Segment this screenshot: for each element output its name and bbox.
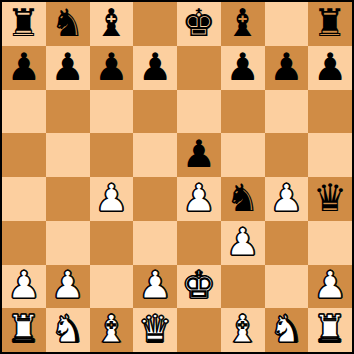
white-king-icon: ♚ <box>182 266 216 304</box>
square-a3[interactable] <box>2 221 46 265</box>
white-rook-icon: ♜ <box>7 310 41 348</box>
square-c4[interactable]: ♟ <box>90 177 134 221</box>
square-c8[interactable]: ♝ <box>90 2 134 46</box>
square-h1[interactable]: ♜ <box>308 308 352 352</box>
black-rook-icon: ♜ <box>7 4 41 42</box>
square-d8[interactable] <box>133 2 177 46</box>
chess-diagram: ♜♞♝♚♝♜♟♟♟♟♟♟♟♟♟♟♞♟♛♟♟♟♟♚♟♜♞♝♛♝♞♜ <box>0 0 354 354</box>
square-h3[interactable] <box>308 221 352 265</box>
square-c3[interactable] <box>90 221 134 265</box>
black-rook-icon: ♜ <box>313 4 347 42</box>
square-b4[interactable] <box>46 177 90 221</box>
square-a6[interactable] <box>2 90 46 134</box>
square-b5[interactable] <box>46 133 90 177</box>
white-pawn-icon: ♟ <box>94 179 128 217</box>
black-pawn-icon: ♟ <box>226 48 260 86</box>
black-pawn-icon: ♟ <box>138 48 172 86</box>
square-a1[interactable]: ♜ <box>2 308 46 352</box>
square-a7[interactable]: ♟ <box>2 46 46 90</box>
square-f3[interactable]: ♟ <box>221 221 265 265</box>
square-e7[interactable] <box>177 46 221 90</box>
square-e2[interactable]: ♚ <box>177 265 221 309</box>
black-pawn-icon: ♟ <box>269 48 303 86</box>
square-f4[interactable]: ♞ <box>221 177 265 221</box>
black-queen-icon: ♛ <box>313 179 347 217</box>
black-knight-icon: ♞ <box>51 4 85 42</box>
square-d3[interactable] <box>133 221 177 265</box>
square-b8[interactable]: ♞ <box>46 2 90 46</box>
square-d6[interactable] <box>133 90 177 134</box>
square-g2[interactable] <box>265 265 309 309</box>
square-h4[interactable]: ♛ <box>308 177 352 221</box>
white-rook-icon: ♜ <box>313 310 347 348</box>
black-knight-icon: ♞ <box>226 179 260 217</box>
square-d5[interactable] <box>133 133 177 177</box>
square-d2[interactable]: ♟ <box>133 265 177 309</box>
square-e3[interactable] <box>177 221 221 265</box>
square-d7[interactable]: ♟ <box>133 46 177 90</box>
square-b2[interactable]: ♟ <box>46 265 90 309</box>
square-g1[interactable]: ♞ <box>265 308 309 352</box>
black-bishop-icon: ♝ <box>226 4 260 42</box>
black-pawn-icon: ♟ <box>182 135 216 173</box>
square-e6[interactable] <box>177 90 221 134</box>
square-h5[interactable] <box>308 133 352 177</box>
square-e1[interactable] <box>177 308 221 352</box>
square-h6[interactable] <box>308 90 352 134</box>
square-b1[interactable]: ♞ <box>46 308 90 352</box>
white-bishop-icon: ♝ <box>226 310 260 348</box>
square-a8[interactable]: ♜ <box>2 2 46 46</box>
square-a5[interactable] <box>2 133 46 177</box>
square-f2[interactable] <box>221 265 265 309</box>
square-f5[interactable] <box>221 133 265 177</box>
square-f8[interactable]: ♝ <box>221 2 265 46</box>
square-a2[interactable]: ♟ <box>2 265 46 309</box>
square-c7[interactable]: ♟ <box>90 46 134 90</box>
square-g7[interactable]: ♟ <box>265 46 309 90</box>
square-g8[interactable] <box>265 2 309 46</box>
square-c2[interactable] <box>90 265 134 309</box>
white-knight-icon: ♞ <box>269 310 303 348</box>
square-b6[interactable] <box>46 90 90 134</box>
square-b3[interactable] <box>46 221 90 265</box>
square-h8[interactable]: ♜ <box>308 2 352 46</box>
chess-board: ♜♞♝♚♝♜♟♟♟♟♟♟♟♟♟♟♞♟♛♟♟♟♟♚♟♜♞♝♛♝♞♜ <box>0 0 354 354</box>
square-g5[interactable] <box>265 133 309 177</box>
square-f1[interactable]: ♝ <box>221 308 265 352</box>
square-c5[interactable] <box>90 133 134 177</box>
black-king-icon: ♚ <box>182 4 216 42</box>
square-a4[interactable] <box>2 177 46 221</box>
square-g4[interactable]: ♟ <box>265 177 309 221</box>
square-f6[interactable] <box>221 90 265 134</box>
white-pawn-icon: ♟ <box>138 266 172 304</box>
black-pawn-icon: ♟ <box>313 48 347 86</box>
square-e4[interactable]: ♟ <box>177 177 221 221</box>
square-c1[interactable]: ♝ <box>90 308 134 352</box>
white-pawn-icon: ♟ <box>226 223 260 261</box>
square-g3[interactable] <box>265 221 309 265</box>
square-c6[interactable] <box>90 90 134 134</box>
white-queen-icon: ♛ <box>138 310 172 348</box>
square-e5[interactable]: ♟ <box>177 133 221 177</box>
square-d1[interactable]: ♛ <box>133 308 177 352</box>
black-pawn-icon: ♟ <box>94 48 128 86</box>
black-bishop-icon: ♝ <box>94 4 128 42</box>
square-e8[interactable]: ♚ <box>177 2 221 46</box>
square-d4[interactable] <box>133 177 177 221</box>
square-h2[interactable]: ♟ <box>308 265 352 309</box>
white-pawn-icon: ♟ <box>313 266 347 304</box>
white-knight-icon: ♞ <box>51 310 85 348</box>
square-g6[interactable] <box>265 90 309 134</box>
white-bishop-icon: ♝ <box>94 310 128 348</box>
square-h7[interactable]: ♟ <box>308 46 352 90</box>
white-pawn-icon: ♟ <box>269 179 303 217</box>
white-pawn-icon: ♟ <box>182 179 216 217</box>
white-pawn-icon: ♟ <box>51 266 85 304</box>
black-pawn-icon: ♟ <box>7 48 41 86</box>
square-b7[interactable]: ♟ <box>46 46 90 90</box>
white-pawn-icon: ♟ <box>7 266 41 304</box>
square-f7[interactable]: ♟ <box>221 46 265 90</box>
black-pawn-icon: ♟ <box>51 48 85 86</box>
